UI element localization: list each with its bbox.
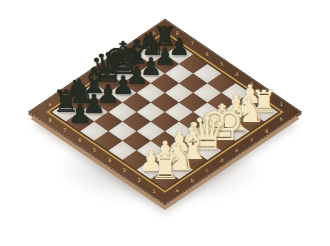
chess-set-photo: abcdefgh abcdefgh 87654321 87654321 ♜♞♝♛… (0, 0, 330, 246)
